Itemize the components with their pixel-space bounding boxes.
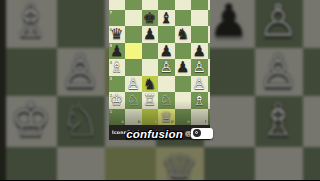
square-g8[interactable]: [208, 0, 211, 10]
black-knight[interactable]: ♞: [142, 76, 159, 93]
square-b7[interactable]: [125, 10, 142, 27]
square-b8[interactable]: [125, 0, 142, 10]
square-b2: ♘: [55, 96, 105, 146]
record-circle-icon: [193, 129, 201, 137]
black-pawn[interactable]: ♟: [158, 43, 175, 60]
square-d3[interactable]: [158, 76, 175, 93]
square-e3: [204, 47, 254, 97]
square-b3[interactable]: ♙: [125, 76, 142, 93]
black-pawn: ♟: [204, 0, 254, 47]
square-b1: [55, 146, 105, 181]
square-f4[interactable]: ♙: [191, 59, 208, 76]
square-a7[interactable]: 7: [109, 10, 126, 27]
rank-label: 3: [110, 77, 113, 81]
rank-label: 6: [110, 28, 113, 32]
square-g7[interactable]: [208, 10, 211, 27]
badge-chip[interactable]: [191, 128, 213, 139]
square-f3[interactable]: ♙: [191, 76, 208, 93]
square-b6[interactable]: [125, 26, 142, 43]
square-d7[interactable]: ♝: [158, 10, 175, 27]
square-g6[interactable]: [208, 26, 211, 43]
rank-label: 4: [110, 61, 113, 65]
square-e8[interactable]: [175, 0, 192, 10]
black-pawn[interactable]: ♟: [191, 43, 208, 60]
square-e4[interactable]: ♟: [175, 59, 192, 76]
square-b3: ♙: [55, 47, 105, 97]
white-pawn[interactable]: ♙: [191, 76, 208, 93]
square-a1: [6, 146, 56, 181]
square-g3[interactable]: [208, 76, 211, 93]
rank-label: 7: [110, 11, 113, 15]
square-d4[interactable]: ♙: [158, 59, 175, 76]
square-g4[interactable]: [208, 59, 211, 76]
square-a3: [6, 47, 56, 97]
square-c3[interactable]: ♞: [142, 76, 159, 93]
caption: confusion: [126, 128, 192, 140]
square-f8[interactable]: [191, 0, 208, 10]
rank-label: 5: [110, 44, 113, 48]
video-center-strip: 87♚♝♛6♟♞♟5♟♟♗4♙♟♙3♙♞♙♔2♘♖♘♗1abc♕defgh Ic…: [109, 0, 211, 180]
square-f3: ♙: [253, 47, 303, 97]
square-g4: [303, 0, 320, 47]
square-d6[interactable]: [158, 26, 175, 43]
square-a8[interactable]: 8: [109, 0, 126, 10]
black-pawn[interactable]: ♟: [142, 26, 159, 43]
square-f4: ♙: [253, 0, 303, 47]
square-b4[interactable]: [125, 59, 142, 76]
square-g5[interactable]: [208, 43, 211, 60]
square-a3[interactable]: 3: [109, 76, 126, 93]
square-f7[interactable]: [191, 10, 208, 27]
white-pawn: ♙: [253, 0, 303, 47]
square-a4: ♗: [6, 0, 56, 47]
square-f5[interactable]: ♟: [191, 43, 208, 60]
square-a4[interactable]: ♗4: [109, 59, 126, 76]
caption-text: confusion: [126, 128, 183, 140]
black-knight[interactable]: ♞: [175, 26, 192, 43]
square-d5[interactable]: ♟: [158, 43, 175, 60]
square-g2: [303, 96, 320, 146]
black-pawn[interactable]: ♟: [175, 59, 192, 76]
white-pawn[interactable]: ♙: [158, 59, 175, 76]
white-pawn[interactable]: ♙: [191, 59, 208, 76]
square-a6[interactable]: ♛6: [109, 26, 126, 43]
square-f6[interactable]: [191, 26, 208, 43]
video-frame: ♚♝♛♟♞♟♟♟♗♙♟♙♙♞♙♔♘♖♘♗♕ 87♚♝♛6♟♞♟5♟♟♗4♙♟♙3…: [0, 0, 320, 180]
square-c7[interactable]: ♚: [142, 10, 159, 27]
square-e5[interactable]: [175, 43, 192, 60]
white-pawn: ♙: [55, 47, 105, 97]
white-knight: ♘: [55, 96, 105, 146]
rank-label: 2: [110, 94, 113, 98]
square-b5[interactable]: [125, 43, 142, 60]
square-e4: ♟: [204, 0, 254, 47]
square-a5[interactable]: ♟5: [109, 43, 126, 60]
square-e7[interactable]: [175, 10, 192, 27]
square-c5[interactable]: [142, 43, 159, 60]
white-pawn[interactable]: ♙: [125, 76, 142, 93]
square-c6[interactable]: ♟: [142, 26, 159, 43]
white-king: ♔: [6, 96, 56, 146]
white-pawn: ♙: [253, 47, 303, 97]
square-b4: [55, 0, 105, 47]
square-c4[interactable]: [142, 59, 159, 76]
square-a2: ♔: [6, 96, 56, 146]
square-g3: [303, 47, 320, 97]
square-f2: ♗: [253, 96, 303, 146]
square-e6[interactable]: ♞: [175, 26, 192, 43]
white-bishop: ♗: [253, 96, 303, 146]
black-bishop[interactable]: ♝: [158, 10, 175, 27]
black-king[interactable]: ♚: [142, 10, 159, 27]
square-e3[interactable]: [175, 76, 192, 93]
square-e1: [204, 146, 254, 181]
white-bishop: ♗: [6, 0, 56, 47]
square-f1: [253, 146, 303, 181]
square-g1: [303, 146, 320, 181]
board-bottom-shadow: [109, 100, 211, 125]
